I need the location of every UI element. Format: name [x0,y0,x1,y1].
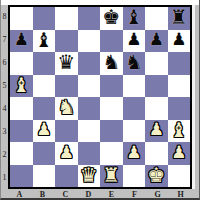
square-f4[interactable] [123,97,146,120]
square-e6[interactable]: ♞ [100,52,123,75]
square-b3[interactable]: ♟ [33,120,56,143]
rank-label-2: 2 [1,143,8,166]
square-e8[interactable]: ♚ [100,7,123,30]
file-label-e: E [100,189,123,199]
square-f7[interactable]: ♟ [123,30,146,53]
rank-label-5: 5 [1,74,8,97]
square-a2[interactable] [10,142,33,165]
piece-white-king-g1[interactable]: ♚ [147,165,165,185]
piece-white-bishop-a5[interactable]: ♝ [12,75,30,95]
square-f8[interactable]: ♝ [123,7,146,30]
square-b8[interactable] [33,7,56,30]
board-frame: ♚♝♜♟♝♟♟♟♛♞♞♝♞♟♟♝♟♟♟♛♜♚ [8,5,192,189]
piece-black-knight-f6[interactable]: ♞ [125,52,143,72]
square-d2[interactable] [78,142,101,165]
piece-white-pawn-b3[interactable]: ♟ [36,121,51,138]
piece-black-rook-h8[interactable]: ♜ [170,7,188,27]
file-label-g: G [146,189,169,199]
rank-label-8: 8 [1,5,8,28]
square-c7[interactable] [55,30,78,53]
square-c4[interactable]: ♞ [55,97,78,120]
file-label-d: D [77,189,100,199]
piece-black-bishop-f8[interactable]: ♝ [125,7,143,27]
square-h6[interactable] [168,52,191,75]
square-c3[interactable] [55,120,78,143]
square-a6[interactable] [10,52,33,75]
square-a7[interactable]: ♟ [10,30,33,53]
piece-white-bishop-h3[interactable]: ♝ [170,120,188,140]
square-g4[interactable] [145,97,168,120]
square-f2[interactable]: ♟ [123,142,146,165]
file-label-a: A [8,189,31,199]
square-e3[interactable] [100,120,123,143]
square-e2[interactable] [100,142,123,165]
square-b6[interactable] [33,52,56,75]
square-c6[interactable]: ♛ [55,52,78,75]
rank-coordinates: 87654321 [1,5,8,189]
square-d7[interactable] [78,30,101,53]
square-g2[interactable] [145,142,168,165]
square-g8[interactable] [145,7,168,30]
square-g1[interactable]: ♚ [145,165,168,188]
piece-white-pawn-g3[interactable]: ♟ [149,121,164,138]
square-b5[interactable] [33,75,56,98]
square-a8[interactable] [10,7,33,30]
piece-black-pawn-g7[interactable]: ♟ [149,31,164,48]
square-h1[interactable] [168,165,191,188]
square-h2[interactable]: ♟ [168,142,191,165]
square-e7[interactable] [100,30,123,53]
square-c1[interactable] [55,165,78,188]
square-a4[interactable] [10,97,33,120]
square-g7[interactable]: ♟ [145,30,168,53]
square-b4[interactable] [33,97,56,120]
square-e4[interactable] [100,97,123,120]
square-f5[interactable] [123,75,146,98]
square-g6[interactable] [145,52,168,75]
piece-black-pawn-a7[interactable]: ♟ [14,31,29,48]
square-e1[interactable]: ♜ [100,165,123,188]
square-e5[interactable] [100,75,123,98]
square-d6[interactable] [78,52,101,75]
file-label-c: C [54,189,77,199]
square-d5[interactable] [78,75,101,98]
square-h5[interactable] [168,75,191,98]
frame-highlight [192,5,195,189]
square-f1[interactable] [123,165,146,188]
rank-label-1: 1 [1,166,8,189]
square-d4[interactable] [78,97,101,120]
file-label-f: F [123,189,146,199]
square-a3[interactable] [10,120,33,143]
square-h3[interactable]: ♝ [168,120,191,143]
piece-white-knight-c4[interactable]: ♞ [57,97,75,117]
square-c8[interactable] [55,7,78,30]
piece-black-knight-e6[interactable]: ♞ [102,52,120,72]
square-d8[interactable] [78,7,101,30]
square-g5[interactable] [145,75,168,98]
piece-black-king-e8[interactable]: ♚ [102,7,120,27]
square-b7[interactable]: ♝ [33,30,56,53]
piece-white-pawn-h2[interactable]: ♟ [171,144,186,161]
square-b2[interactable] [33,142,56,165]
chess-board[interactable]: ♚♝♜♟♝♟♟♟♛♞♞♝♞♟♟♝♟♟♟♛♜♚ [10,7,190,187]
piece-black-pawn-h7[interactable]: ♟ [171,31,186,48]
rank-label-7: 7 [1,28,8,51]
piece-black-queen-c6[interactable]: ♛ [57,52,75,72]
piece-black-pawn-f7[interactable]: ♟ [126,31,141,48]
square-f3[interactable] [123,120,146,143]
square-a1[interactable] [10,165,33,188]
square-f6[interactable]: ♞ [123,52,146,75]
piece-white-pawn-f2[interactable]: ♟ [126,144,141,161]
square-d1[interactable]: ♛ [78,165,101,188]
rank-label-3: 3 [1,120,8,143]
square-a5[interactable]: ♝ [10,75,33,98]
square-c2[interactable]: ♟ [55,142,78,165]
square-h8[interactable]: ♜ [168,7,191,30]
piece-black-bishop-b7[interactable]: ♝ [35,30,53,50]
square-d3[interactable] [78,120,101,143]
chess-app-window: 87654321 ♚♝♜♟♝♟♟♟♛♞♞♝♞♟♟♝♟♟♟♛♜♚ ABCDEFGH [0,0,200,200]
square-b1[interactable] [33,165,56,188]
piece-white-rook-e1[interactable]: ♜ [102,165,120,185]
rank-label-6: 6 [1,51,8,74]
file-label-h: H [169,189,192,199]
square-h7[interactable]: ♟ [168,30,191,53]
square-c5[interactable] [55,75,78,98]
piece-white-pawn-c2[interactable]: ♟ [59,144,74,161]
square-g3[interactable]: ♟ [145,120,168,143]
square-h4[interactable] [168,97,191,120]
file-coordinates: ABCDEFGH [8,189,192,199]
rank-label-4: 4 [1,97,8,120]
piece-white-queen-d1[interactable]: ♛ [80,165,98,185]
file-label-b: B [31,189,54,199]
